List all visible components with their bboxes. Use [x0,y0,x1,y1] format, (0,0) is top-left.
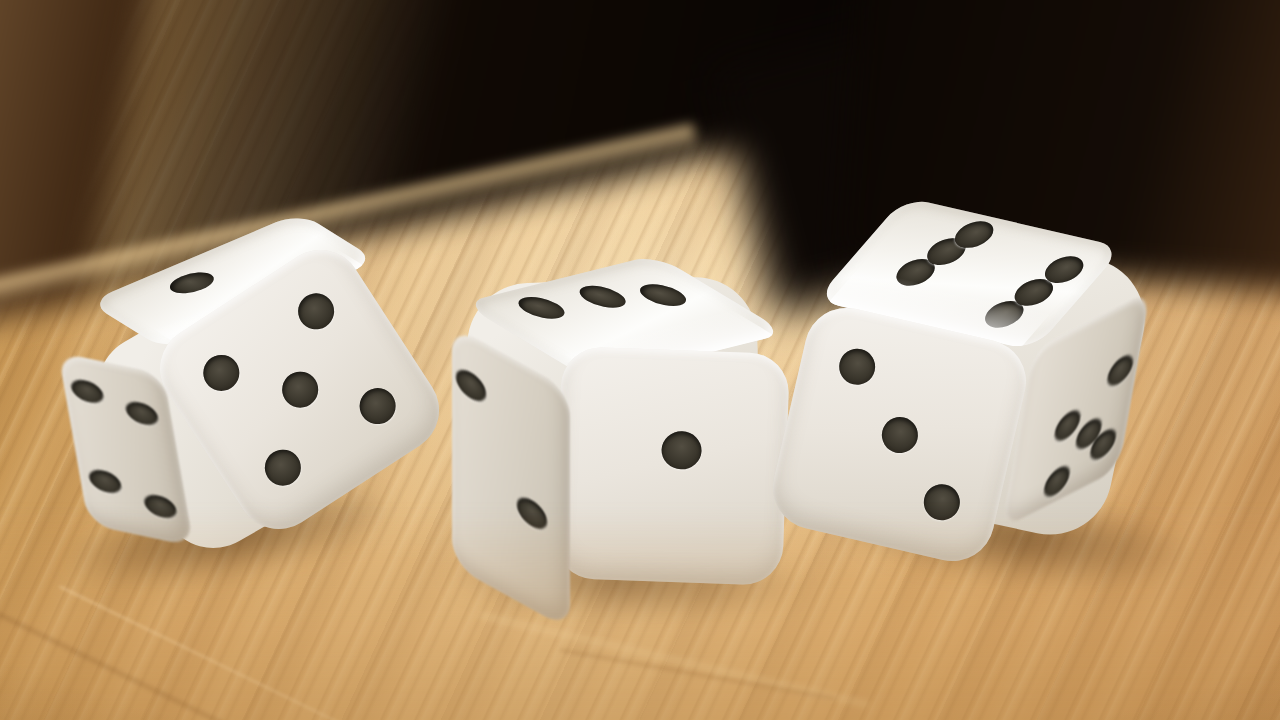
dice-photo-scene [0,0,1280,720]
vignette [0,0,1280,720]
